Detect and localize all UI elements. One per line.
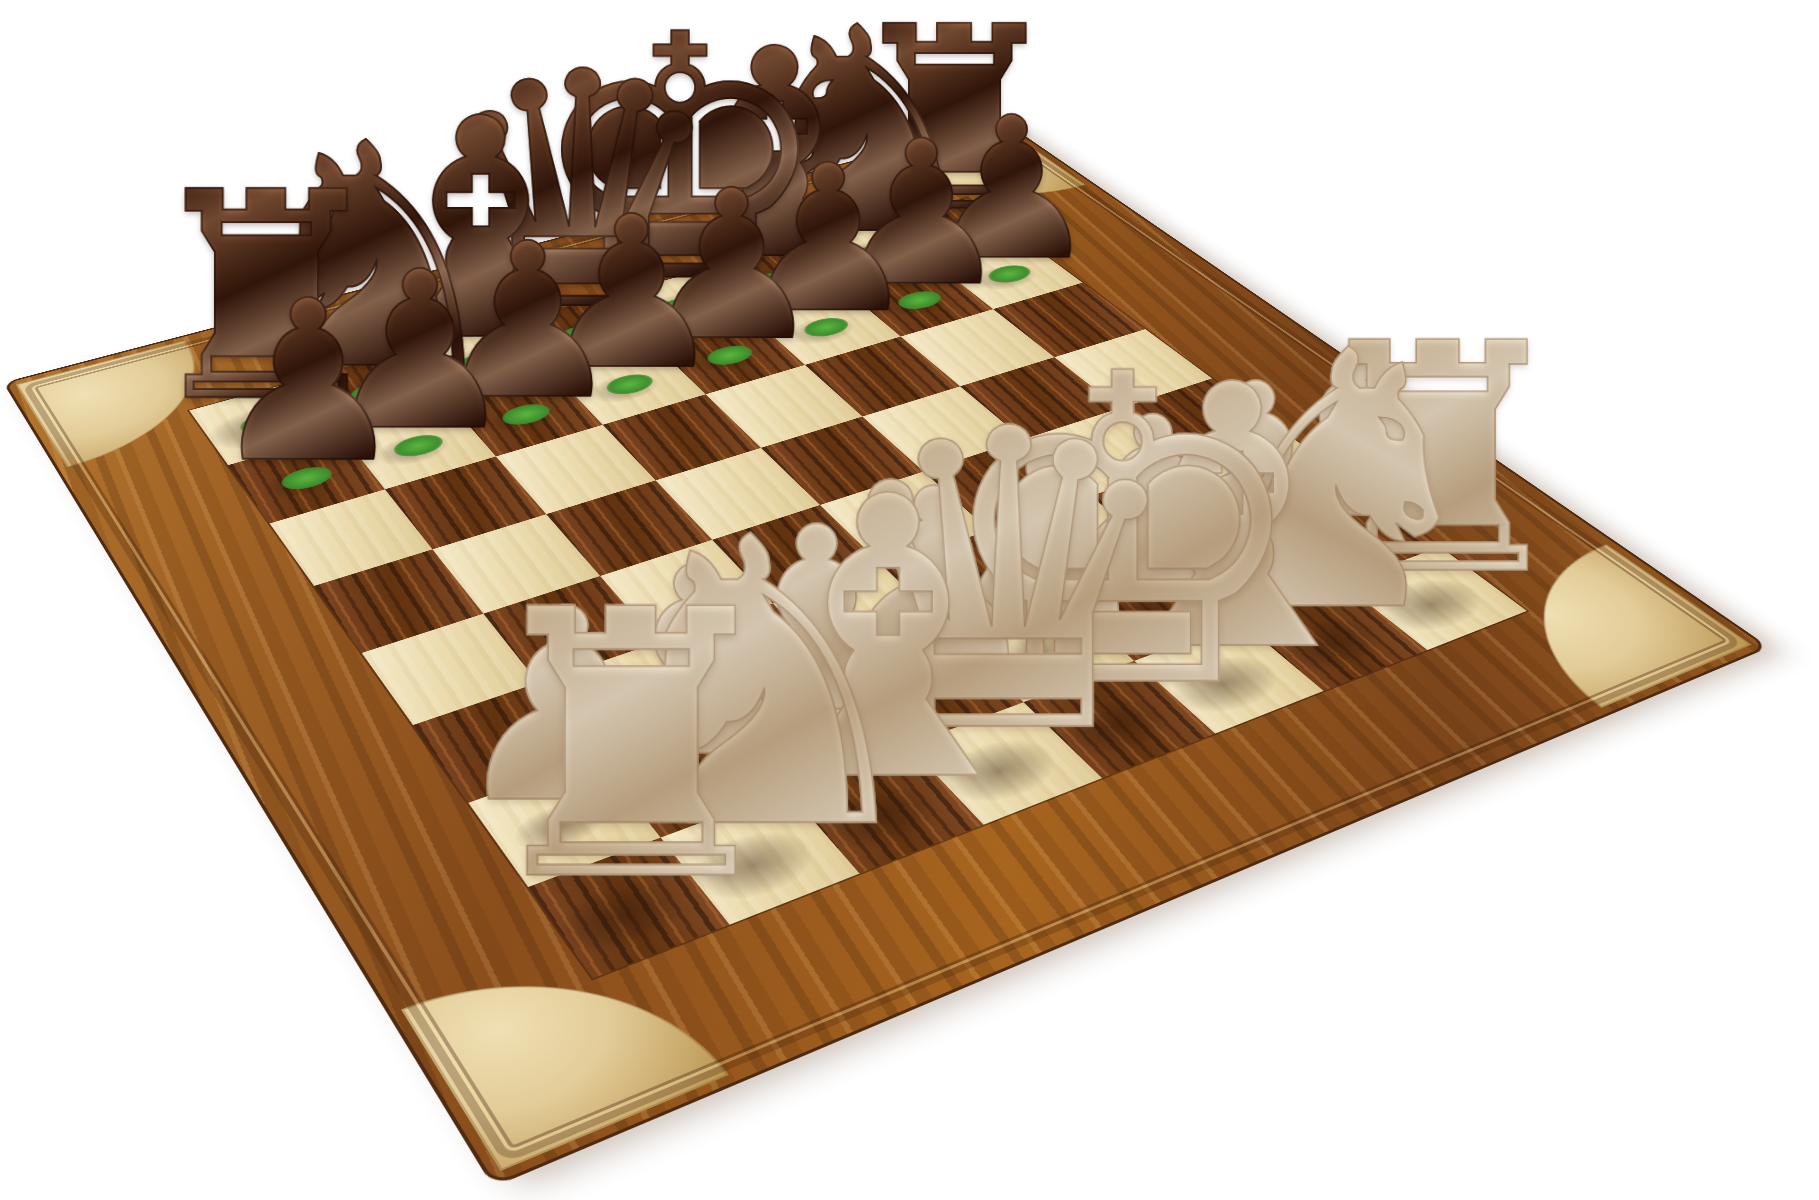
piece-black-pawn-a7[interactable]: ♟ [52,271,565,493]
chessboard: ♜♞♝♛♚♝♞♜♟♟♟♟♟♟♟♟♟♟♟♟♟♟♟♟♜♞♝♛♚♝♞♜ [7,123,1765,1183]
product-photo-stage: ♜♞♝♛♚♝♞♜♟♟♟♟♟♟♟♟♟♟♟♟♟♟♟♟♜♞♝♛♚♝♞♜ [0,0,1819,1200]
chessboard-scene: ♜♞♝♛♚♝♞♜♟♟♟♟♟♟♟♟♟♟♟♟♟♟♟♟♜♞♝♛♚♝♞♜ [0,0,1819,1200]
piece-white-rook-a1[interactable]: ♜ [311,563,951,932]
pieces-layer: ♜♞♝♛♚♝♞♜♟♟♟♟♟♟♟♟♟♟♟♟♟♟♟♟♜♞♝♛♚♝♞♜ [189,198,1527,979]
